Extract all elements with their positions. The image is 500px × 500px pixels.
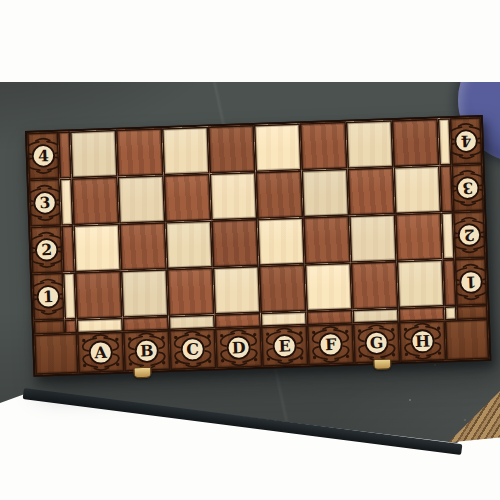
svg-text:G: G	[369, 333, 383, 352]
square-g1[interactable]	[351, 261, 399, 310]
rank-label-left-1: 1	[32, 273, 65, 321]
square-a2[interactable]	[73, 224, 121, 273]
square-a4[interactable]	[70, 130, 118, 179]
scene: 4 4 3 3 2	[0, 0, 500, 500]
scroll-ornament-icon: E	[261, 325, 308, 367]
file-label-f: F	[307, 324, 354, 366]
scroll-ornament-icon: 4	[27, 132, 60, 180]
file-label-d: D	[215, 327, 262, 369]
file-label-e: E	[261, 325, 308, 367]
svg-text:1: 1	[43, 287, 54, 306]
svg-text:4: 4	[460, 132, 472, 151]
scroll-ornament-icon: 3	[29, 179, 62, 227]
chess-board: 4 4 3 3 2	[25, 115, 491, 377]
file-label-h: H	[399, 320, 446, 362]
scroll-ornament-icon: 2	[453, 211, 486, 259]
scroll-ornament-icon: H	[399, 320, 446, 362]
svg-text:F: F	[325, 335, 338, 354]
svg-text:1: 1	[465, 272, 476, 291]
square-h1[interactable]	[397, 259, 445, 308]
square-e4[interactable]	[254, 123, 302, 172]
square-g4[interactable]	[346, 120, 394, 169]
frame-corner-bottom-left	[34, 333, 78, 374]
file-label-b: B	[123, 330, 170, 372]
scroll-ornament-icon: 4	[450, 117, 483, 165]
square-c1[interactable]	[167, 268, 215, 317]
svg-text:B: B	[140, 341, 154, 360]
svg-text:2: 2	[41, 240, 52, 259]
rank-label-right-1: 1	[455, 258, 488, 306]
file-label-g: G	[353, 322, 400, 364]
scroll-ornament-icon: C	[169, 328, 216, 370]
frame-left-strip	[34, 320, 65, 335]
frame-right-strip	[456, 305, 487, 320]
square-e2[interactable]	[257, 217, 305, 266]
square-f4[interactable]	[300, 122, 348, 171]
edge-strip-corner-left	[65, 319, 77, 333]
square-d4[interactable]	[208, 125, 256, 174]
scroll-ornament-icon: B	[123, 330, 170, 372]
scroll-ornament-icon: 1	[455, 258, 488, 306]
rank-label-left-2: 2	[30, 226, 63, 274]
board-grid: 4 4 3 3 2	[27, 117, 489, 375]
scroll-ornament-icon: 1	[32, 273, 65, 321]
rank-label-right-2: 2	[453, 211, 486, 259]
square-c3[interactable]	[164, 174, 212, 223]
svg-text:4: 4	[38, 146, 50, 165]
edge-strip-corner-right	[444, 306, 456, 320]
file-label-c: C	[169, 328, 216, 370]
square-a1[interactable]	[75, 271, 123, 320]
scroll-ornament-icon: A	[77, 332, 124, 374]
square-b2[interactable]	[119, 222, 167, 271]
file-label-a: A	[77, 332, 124, 374]
square-f2[interactable]	[303, 216, 351, 265]
svg-text:D: D	[231, 338, 246, 357]
hinge-left	[133, 367, 151, 379]
svg-text:3: 3	[39, 193, 50, 212]
square-g2[interactable]	[349, 214, 397, 263]
rank-label-right-3: 3	[451, 164, 484, 212]
square-e1[interactable]	[259, 264, 307, 313]
square-h4[interactable]	[392, 119, 440, 168]
square-d3[interactable]	[210, 172, 258, 221]
scroll-ornament-icon: 2	[30, 226, 63, 274]
square-h2[interactable]	[395, 213, 443, 262]
square-b1[interactable]	[121, 269, 169, 318]
svg-text:E: E	[278, 336, 291, 355]
rank-label-right-4: 4	[450, 117, 483, 165]
square-h3[interactable]	[393, 166, 441, 215]
scroll-ornament-icon: 3	[451, 164, 484, 212]
rank-label-left-4: 4	[27, 132, 60, 180]
scroll-ornament-icon: D	[215, 327, 262, 369]
square-e3[interactable]	[256, 170, 304, 219]
frame-corner-bottom-right	[445, 319, 489, 360]
svg-text:H: H	[415, 331, 431, 351]
svg-text:2: 2	[464, 226, 475, 245]
square-c4[interactable]	[162, 127, 210, 176]
scroll-ornament-icon: F	[307, 324, 354, 366]
square-b4[interactable]	[116, 128, 164, 177]
square-f3[interactable]	[302, 169, 350, 218]
square-g3[interactable]	[348, 167, 396, 216]
hinge-right	[373, 358, 391, 370]
svg-text:3: 3	[462, 179, 473, 198]
square-a3[interactable]	[72, 177, 120, 226]
square-f1[interactable]	[305, 263, 353, 312]
rank-label-left-3: 3	[29, 179, 62, 227]
square-d1[interactable]	[213, 266, 261, 315]
square-b3[interactable]	[118, 175, 166, 224]
svg-text:C: C	[186, 340, 199, 359]
square-c2[interactable]	[165, 221, 213, 270]
svg-text:A: A	[93, 343, 108, 362]
square-d2[interactable]	[211, 219, 259, 268]
scroll-ornament-icon: G	[353, 322, 400, 364]
